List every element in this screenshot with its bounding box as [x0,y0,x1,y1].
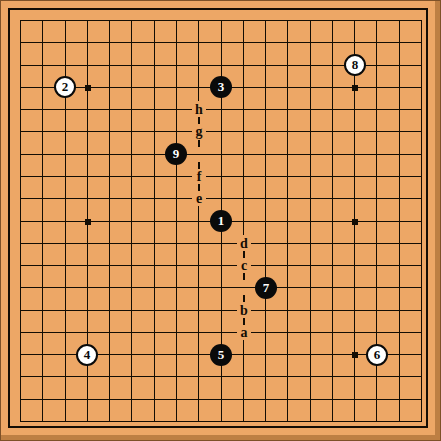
point-label-h[interactable]: h [192,102,206,117]
grid-vline [287,20,288,422]
dashed-line-segment [243,251,245,258]
grid-hline [20,243,422,244]
grid-hline [20,399,422,400]
stone-white-8[interactable]: 8 [344,54,366,76]
grid-hline [20,287,422,288]
grid-hline [20,265,422,266]
star-point [85,85,91,91]
dashed-line-segment [243,295,245,302]
stone-black-3[interactable]: 3 [210,76,232,98]
dashed-line-segment [198,140,200,147]
point-label-a[interactable]: a [237,325,251,340]
grid-vline [265,20,266,422]
grid-vline [243,340,244,422]
dashed-line-segment [198,162,200,169]
stone-black-9[interactable]: 9 [165,143,187,165]
star-point [352,352,358,358]
grid-hline [20,310,422,311]
grid-vline [399,20,400,422]
stone-white-6[interactable]: 6 [366,344,388,366]
star-point [352,85,358,91]
star-point [352,219,358,225]
point-label-g[interactable]: g [192,124,206,139]
grid-vline [332,20,333,422]
point-label-f[interactable]: f [192,169,206,184]
stone-black-7[interactable]: 7 [255,277,277,299]
point-label-d[interactable]: d [237,236,251,251]
stone-black-5[interactable]: 5 [210,344,232,366]
dashed-line-segment [198,184,200,191]
point-label-b[interactable]: b [237,303,251,318]
dashed-line-segment [243,318,245,325]
star-point [85,219,91,225]
go-board-grid[interactable]: hgfedcba123456789 [0,0,441,441]
grid-hline [20,376,422,377]
dashed-line-segment [198,117,200,124]
dashed-line-segment [243,273,245,280]
stone-black-1[interactable]: 1 [210,210,232,232]
grid-vline [198,20,199,101]
stone-white-4[interactable]: 4 [76,344,98,366]
point-label-c[interactable]: c [237,258,251,273]
stone-white-2[interactable]: 2 [54,76,76,98]
point-label-e[interactable]: e [192,191,206,206]
grid-vline [243,20,244,235]
grid-hline [20,332,422,333]
grid-hline [20,421,422,422]
go-diagram: hgfedcba123456789 [0,0,441,441]
grid-vline [310,20,311,422]
grid-vline [198,206,199,422]
grid-vline [421,20,422,422]
